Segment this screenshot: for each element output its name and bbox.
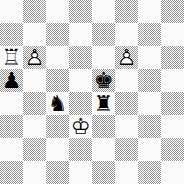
square-g3[interactable]: [138, 115, 161, 138]
square-c2[interactable]: [46, 138, 69, 161]
square-g5[interactable]: [138, 69, 161, 92]
square-d1[interactable]: [69, 161, 92, 184]
square-h4[interactable]: [161, 92, 184, 115]
piece-white-rook[interactable]: ♜♖: [0, 46, 23, 69]
square-g8[interactable]: [138, 0, 161, 23]
white-pawn-glyph: ♙: [23, 46, 46, 69]
square-f8[interactable]: [115, 0, 138, 23]
square-h3[interactable]: [161, 115, 184, 138]
square-e6[interactable]: [92, 46, 115, 69]
piece-black-rook[interactable]: ♜: [92, 92, 115, 115]
square-d6[interactable]: [69, 46, 92, 69]
chess-diagram: ♜♖♟♙♟♙♟♚♞♜♚♔: [0, 0, 184, 184]
black-rook-glyph: ♜: [92, 92, 115, 115]
square-h8[interactable]: [161, 0, 184, 23]
chess-board: ♜♖♟♙♟♙♟♚♞♜♚♔: [0, 0, 184, 184]
black-knight-glyph: ♞: [46, 92, 69, 115]
square-b8[interactable]: [23, 0, 46, 23]
square-b4[interactable]: [23, 92, 46, 115]
square-g7[interactable]: [138, 23, 161, 46]
piece-white-king[interactable]: ♚♔: [69, 115, 92, 138]
square-h5[interactable]: [161, 69, 184, 92]
square-f4[interactable]: [115, 92, 138, 115]
square-c5[interactable]: [46, 69, 69, 92]
square-e2[interactable]: [92, 138, 115, 161]
square-f6[interactable]: ♟♙: [115, 46, 138, 69]
square-g4[interactable]: [138, 92, 161, 115]
square-a6[interactable]: ♜♖: [0, 46, 23, 69]
square-f1[interactable]: [115, 161, 138, 184]
piece-black-king[interactable]: ♚: [92, 69, 115, 92]
square-a4[interactable]: [0, 92, 23, 115]
square-e5[interactable]: ♚: [92, 69, 115, 92]
square-h6[interactable]: [161, 46, 184, 69]
square-h7[interactable]: [161, 23, 184, 46]
square-e7[interactable]: [92, 23, 115, 46]
square-a8[interactable]: [0, 0, 23, 23]
square-c8[interactable]: [46, 0, 69, 23]
piece-white-pawn[interactable]: ♟♙: [115, 46, 138, 69]
square-g6[interactable]: [138, 46, 161, 69]
square-f5[interactable]: [115, 69, 138, 92]
square-b5[interactable]: [23, 69, 46, 92]
square-f7[interactable]: [115, 23, 138, 46]
square-d4[interactable]: [69, 92, 92, 115]
square-d3[interactable]: ♚♔: [69, 115, 92, 138]
square-c1[interactable]: [46, 161, 69, 184]
piece-black-knight[interactable]: ♞: [46, 92, 69, 115]
white-pawn-glyph: ♙: [115, 46, 138, 69]
square-f2[interactable]: [115, 138, 138, 161]
square-e4[interactable]: ♜: [92, 92, 115, 115]
piece-white-pawn[interactable]: ♟♙: [23, 46, 46, 69]
square-e8[interactable]: [92, 0, 115, 23]
square-a2[interactable]: [0, 138, 23, 161]
square-a5[interactable]: ♟: [0, 69, 23, 92]
square-c6[interactable]: [46, 46, 69, 69]
square-b1[interactable]: [23, 161, 46, 184]
square-a3[interactable]: [0, 115, 23, 138]
square-a7[interactable]: [0, 23, 23, 46]
square-c4[interactable]: ♞: [46, 92, 69, 115]
square-f3[interactable]: [115, 115, 138, 138]
white-rook-glyph: ♖: [0, 46, 23, 69]
square-c3[interactable]: [46, 115, 69, 138]
square-g2[interactable]: [138, 138, 161, 161]
square-b7[interactable]: [23, 23, 46, 46]
black-king-glyph: ♚: [92, 69, 115, 92]
square-d8[interactable]: [69, 0, 92, 23]
square-c7[interactable]: [46, 23, 69, 46]
square-d5[interactable]: [69, 69, 92, 92]
square-b2[interactable]: [23, 138, 46, 161]
square-b6[interactable]: ♟♙: [23, 46, 46, 69]
square-d2[interactable]: [69, 138, 92, 161]
square-h1[interactable]: [161, 161, 184, 184]
square-a1[interactable]: [0, 161, 23, 184]
black-pawn-glyph: ♟: [0, 69, 23, 92]
square-h2[interactable]: [161, 138, 184, 161]
square-e1[interactable]: [92, 161, 115, 184]
piece-black-pawn[interactable]: ♟: [0, 69, 23, 92]
square-d7[interactable]: [69, 23, 92, 46]
square-b3[interactable]: [23, 115, 46, 138]
square-g1[interactable]: [138, 161, 161, 184]
white-king-glyph: ♔: [69, 115, 92, 138]
square-e3[interactable]: [92, 115, 115, 138]
